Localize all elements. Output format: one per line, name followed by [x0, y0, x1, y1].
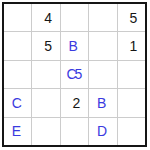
cell-r3c4[interactable] [118, 89, 145, 116]
cell-digit: 2 [72, 96, 80, 110]
cell-r1c2[interactable]: B [61, 32, 88, 59]
cell-r2c4[interactable] [118, 61, 145, 88]
cell-r2c0[interactable] [4, 61, 31, 88]
cell-r0c0[interactable] [4, 4, 31, 31]
cell-r4c3[interactable]: D [89, 118, 116, 145]
cell-r1c0[interactable] [4, 32, 31, 59]
cell-r4c2[interactable] [61, 118, 88, 145]
cell-letter: C [66, 67, 74, 81]
cell-r1c1[interactable]: 5 [32, 32, 59, 59]
cell-letter: B [68, 39, 76, 53]
cell-r0c3[interactable] [89, 4, 116, 31]
cell-letter: E [12, 124, 20, 138]
cell-letter: D [97, 124, 105, 138]
cell-letter: C [12, 96, 20, 110]
cell-r2c2[interactable]: C5 [61, 61, 88, 88]
cell-letter: B [97, 96, 105, 110]
cell-r4c0[interactable]: E [4, 118, 31, 145]
board: 455B1C5C2BED [2, 2, 147, 147]
cell-r0c1[interactable]: 4 [32, 4, 59, 31]
cell-r2c1[interactable] [32, 61, 59, 88]
cell-r3c0[interactable]: C [4, 89, 31, 116]
cell-digit: 5 [44, 39, 52, 53]
cell-r1c4[interactable]: 1 [118, 32, 145, 59]
cell-digit: 5 [129, 11, 137, 25]
cell-digit: 4 [44, 11, 52, 25]
cell-r2c3[interactable] [89, 61, 116, 88]
cell-digit: 5 [74, 67, 82, 81]
page: { "game": "letter-digit latin square (gr… [0, 0, 150, 150]
cell-r3c3[interactable]: B [89, 89, 116, 116]
cell-r4c1[interactable] [32, 118, 59, 145]
cell-r4c4[interactable] [118, 118, 145, 145]
cell-r0c4[interactable]: 5 [118, 4, 145, 31]
cell-r1c3[interactable] [89, 32, 116, 59]
cell-digit: 1 [129, 39, 137, 53]
cell-r0c2[interactable] [61, 4, 88, 31]
cell-r3c2[interactable]: 2 [61, 89, 88, 116]
cell-r3c1[interactable] [32, 89, 59, 116]
